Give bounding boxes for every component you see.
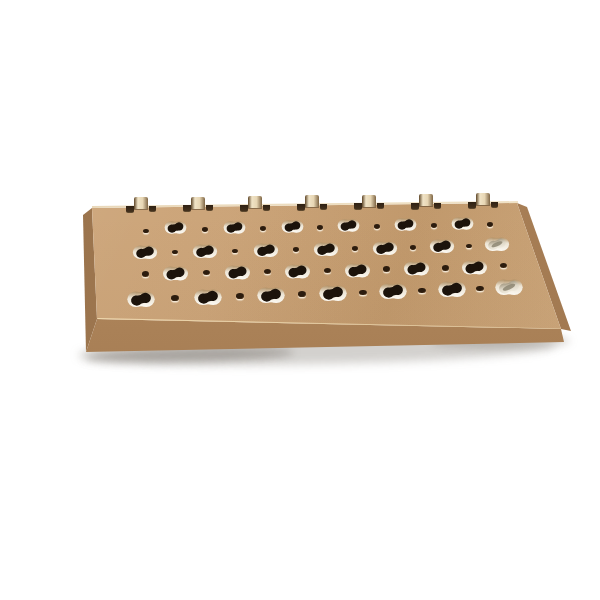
edge-notch — [206, 205, 213, 211]
edge-notch — [126, 206, 134, 213]
edge-tab — [134, 197, 148, 209]
edge-notch — [297, 204, 305, 211]
edge-tab — [419, 194, 433, 206]
edge-tab — [191, 197, 205, 209]
edge-notch — [354, 203, 362, 210]
photo-canvas: { "image_type": "product-photo", "subjec… — [0, 0, 600, 600]
plate-photo — [0, 0, 600, 600]
edge-tab — [362, 195, 376, 207]
edge-tab — [476, 193, 490, 205]
edge-notch — [183, 205, 191, 212]
edge-notch — [411, 203, 419, 210]
edge-notch — [320, 204, 327, 210]
edge-notch — [468, 202, 476, 209]
edge-notch — [149, 206, 156, 212]
edge-tab — [305, 195, 319, 207]
edge-notch — [240, 205, 248, 212]
edge-tab — [248, 196, 262, 208]
edge-notch — [434, 203, 441, 209]
edge-notch — [377, 203, 384, 209]
edge-notch — [491, 202, 498, 208]
plate-edge-tabs — [0, 0, 600, 600]
edge-notch — [263, 205, 270, 211]
